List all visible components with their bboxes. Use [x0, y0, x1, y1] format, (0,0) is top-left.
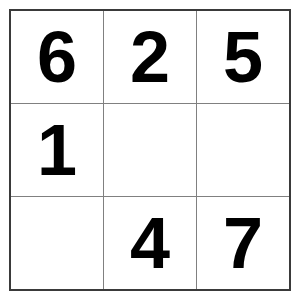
cell-r2c1[interactable]: 1 — [11, 104, 103, 196]
cell-r3c1[interactable] — [11, 197, 103, 289]
page-background: 625147 — [0, 0, 300, 300]
cell-r3c3[interactable]: 7 — [197, 197, 289, 289]
cell-r2c3[interactable] — [197, 104, 289, 196]
cell-r1c3[interactable]: 5 — [197, 11, 289, 103]
cell-r2c2[interactable] — [104, 104, 196, 196]
puzzle-board: 625147 — [9, 9, 291, 291]
cell-r1c1[interactable]: 6 — [11, 11, 103, 103]
cell-r3c2[interactable]: 4 — [104, 197, 196, 289]
cell-r1c2[interactable]: 2 — [104, 11, 196, 103]
